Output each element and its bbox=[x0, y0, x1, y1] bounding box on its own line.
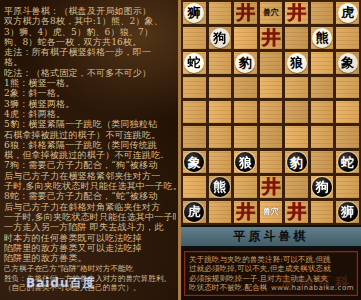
note-line: 必须按规则吃掉一子.且对方主动走入被夹 bbox=[189, 274, 353, 284]
board-cell-r6c1[interactable] bbox=[209, 151, 232, 173]
board-cell-r6c0[interactable]: 象 bbox=[183, 151, 206, 173]
board-cell-r2c1[interactable] bbox=[209, 52, 232, 74]
board-title: 平原斗兽棋 bbox=[234, 228, 309, 245]
rules-text-main: 平原斗兽棋：（棋盘及开局如图示）双方棋力各8枚，其中:1）熊、2）象、3）狮、4… bbox=[4, 6, 176, 263]
rules-line: 3狮：横竖两格。 bbox=[4, 99, 176, 109]
board-cell-r1c0[interactable] bbox=[183, 27, 206, 49]
board-cell-r2c3[interactable] bbox=[260, 52, 283, 74]
note-area: 关于跳吃与夹吃的兽类注释:可以不跳,但跳过就必须吃掉,可以不夹,但走成夹棋状态就… bbox=[181, 248, 361, 300]
board-cell-r1c6[interactable] bbox=[336, 27, 359, 49]
board-cell-r3c5[interactable] bbox=[311, 77, 334, 99]
trap-cell-r0c2[interactable]: 井 bbox=[234, 2, 257, 24]
rules-line: 双方棋力各8枚，其中:1）熊、2）象、 bbox=[4, 16, 176, 26]
board-cell-r0c0[interactable]: 狮 bbox=[183, 2, 206, 24]
rules-panel: 平原斗兽棋：（棋盘及开局如图示）双方棋力各8枚，其中:1）熊、2）象、3）狮、4… bbox=[0, 0, 181, 300]
board-cell-r3c3[interactable] bbox=[260, 77, 283, 99]
piece-black-elephant[interactable]: 象 bbox=[184, 152, 204, 172]
rules-victory-line: 己方棋子在己方“陷阱”格时对方不能吃 bbox=[4, 264, 176, 273]
note-line: 过就必须吃掉,可以不夹,但走成夹棋状态就 bbox=[189, 264, 353, 274]
board-cell-r7c1[interactable]: 熊 bbox=[209, 176, 232, 198]
piece-white-bear[interactable]: 熊 bbox=[312, 28, 332, 48]
piece-black-bear[interactable]: 熊 bbox=[210, 177, 230, 197]
game-column: 狮井兽穴井虎狗井熊蛇豹狼象象狼豹蛇熊井狗虎井兽穴井狮 平原斗兽棋 关于跳吃与夹吃… bbox=[181, 0, 361, 300]
piece-white-dog[interactable]: 狗 bbox=[210, 28, 230, 48]
board-cell-r7c6[interactable] bbox=[336, 176, 359, 198]
board-cell-r8c0[interactable]: 虎 bbox=[183, 201, 206, 223]
rules-line: 走法：所有棋子横竖斜格一步，即一 bbox=[4, 47, 176, 57]
rules-victory-line: 胜负：先将任何一方的兽走入对方的兽穴算胜利。 bbox=[4, 274, 176, 283]
piece-white-wolf[interactable]: 狼 bbox=[287, 53, 307, 73]
piece-black-tiger[interactable]: 虎 bbox=[184, 202, 204, 222]
screenshot-root: 平原斗兽棋：（棋盘及开局如图示）双方棋力各8枚，其中:1）熊、2）象、3）狮、4… bbox=[0, 0, 361, 300]
rules-line: 陷阱里的敌方兽类。 bbox=[4, 253, 176, 263]
rules-line: 4虎：斜两格。 bbox=[4, 109, 176, 119]
board-cell-r5c2[interactable] bbox=[234, 126, 257, 148]
board-cell-r4c6[interactable] bbox=[336, 101, 359, 123]
piece-white-leopard[interactable]: 豹 bbox=[235, 53, 255, 73]
rules-line: 7狗：需要己方子力配合，“狗”被移动 bbox=[4, 160, 176, 170]
trap-icon: 井 bbox=[287, 3, 306, 22]
rules-line: 3）狮、4）虎、5）豹、6）狼、7） bbox=[4, 27, 176, 37]
piece-white-elephant[interactable]: 象 bbox=[338, 53, 358, 73]
board-cell-r1c5[interactable]: 熊 bbox=[311, 27, 334, 49]
board-cell-r6c3[interactable] bbox=[260, 151, 283, 173]
trap-icon: 井 bbox=[261, 177, 280, 196]
rules-victory-line: （自己的兽类不可以走入自己的兽穴）。 bbox=[4, 283, 176, 292]
board-cell-r4c5[interactable] bbox=[311, 101, 334, 123]
rules-line: 格。 bbox=[4, 57, 176, 67]
board-cell-r5c5[interactable] bbox=[311, 126, 334, 148]
board-cell-r6c6[interactable]: 蛇 bbox=[336, 151, 359, 173]
rules-line: 6狼：斜格紧隔一子跳吃（类同传统跳 bbox=[4, 140, 176, 150]
rules-line: 子时,多向夹吃状态时只能任选其中一子吃。 bbox=[4, 181, 176, 191]
board-cell-r6c4[interactable]: 豹 bbox=[285, 151, 308, 173]
board-cell-r2c6[interactable]: 象 bbox=[336, 52, 359, 74]
board-cell-r4c1[interactable] bbox=[209, 101, 232, 123]
rules-line: 后与己方子力在横竖格紧邻夹住对方一 bbox=[4, 171, 176, 181]
board-cell-r8c1[interactable] bbox=[209, 201, 232, 223]
board-cell-r1c2[interactable] bbox=[234, 27, 257, 49]
piece-black-dog[interactable]: 狗 bbox=[312, 177, 332, 197]
board-cell-r8c5[interactable] bbox=[311, 201, 334, 223]
rules-line: 狗、8）蛇各一枚，双方共16枚。 bbox=[4, 37, 176, 47]
piece-black-lion[interactable]: 狮 bbox=[338, 202, 358, 222]
board-cell-r7c4[interactable] bbox=[285, 176, 308, 198]
rules-line: 时本方的任何兽类既可以吃法吃掉 bbox=[4, 233, 176, 243]
rules-line: 一方走入另一方陷阱 即失去战斗力，此 bbox=[4, 222, 176, 232]
rules-text-victory: 己方棋子在己方“陷阱”格时对方不能吃胜负：先将任何一方的兽走入对方的兽穴算胜利。… bbox=[4, 264, 176, 292]
piece-white-lion[interactable]: 狮 bbox=[184, 3, 204, 23]
trap-icon: 井 bbox=[261, 28, 280, 47]
board-cell-r3c4[interactable] bbox=[285, 77, 308, 99]
rules-line: 石棋拿掉被跳过的棋子）不可连跳吃。 bbox=[4, 130, 176, 140]
board-cell-r3c6[interactable] bbox=[336, 77, 359, 99]
note-box: 关于跳吃与夹吃的兽类注释:可以不跳,但跳过就必须吃掉,可以不夹,但走成夹棋状态就… bbox=[184, 251, 358, 296]
board-cell-r4c2[interactable] bbox=[234, 101, 257, 123]
rules-line: 平原斗兽棋：（棋盘及开局如图示） bbox=[4, 6, 176, 16]
board-cell-r5c3[interactable] bbox=[260, 126, 283, 148]
board: 狮井兽穴井虎狗井熊蛇豹狼象象狼豹蛇熊井狗虎井兽穴井狮 bbox=[181, 0, 361, 225]
board-cell-r0c1[interactable] bbox=[209, 2, 232, 24]
board-cell-r6c2[interactable]: 狼 bbox=[234, 151, 257, 173]
board-cell-r2c2[interactable]: 豹 bbox=[234, 52, 257, 74]
piece-black-leopard[interactable]: 豹 bbox=[287, 152, 307, 172]
rules-line: 后与己方子力在斜格对角紧临夹住对方 bbox=[4, 202, 176, 212]
trap-icon: 井 bbox=[287, 202, 306, 221]
board-cell-r5c6[interactable] bbox=[336, 126, 359, 148]
site-watermark: www.hainabaike.com bbox=[271, 284, 354, 294]
trap-icon: 井 bbox=[236, 3, 255, 22]
board-cell-r2c0[interactable]: 蛇 bbox=[183, 52, 206, 74]
board-cell-r5c4[interactable] bbox=[285, 126, 308, 148]
board-cell-r0c6[interactable]: 虎 bbox=[336, 2, 359, 24]
board-cell-r4c4[interactable] bbox=[285, 101, 308, 123]
den-label: 兽穴 bbox=[263, 7, 279, 18]
trap-cell-r8c2[interactable]: 井 bbox=[234, 201, 257, 223]
piece-white-tiger[interactable]: 虎 bbox=[338, 3, 358, 23]
board-cell-r7c2[interactable] bbox=[234, 176, 257, 198]
rules-line: 陷阱里的敌方兽类又可以走法吃掉 bbox=[4, 243, 176, 253]
board-cell-r3c0[interactable] bbox=[183, 77, 206, 99]
trap-cell-r7c3[interactable]: 井 bbox=[260, 176, 283, 198]
board-cell-r2c4[interactable]: 狼 bbox=[285, 52, 308, 74]
trap-cell-r1c3[interactable]: 井 bbox=[260, 27, 283, 49]
board-cell-r1c1[interactable]: 狗 bbox=[209, 27, 232, 49]
piece-white-snake[interactable]: 蛇 bbox=[184, 53, 204, 73]
rules-line: 棋，但拿掉被跳过的棋子）不可连跳吃. bbox=[4, 150, 176, 160]
den-cell-top[interactable]: 兽穴 bbox=[260, 2, 283, 24]
board-cell-r3c1[interactable] bbox=[209, 77, 232, 99]
rules-line: 一子时,多向夹吃状态时只能任选其中一子吃 bbox=[4, 212, 176, 222]
rules-line: 8蛇：需要己方子力配合，“蛇”被移动 bbox=[4, 191, 176, 201]
note-line: 关于跳吃与夹吃的兽类注释:可以不跳,但跳 bbox=[189, 255, 353, 265]
trap-cell-r0c4[interactable]: 井 bbox=[285, 2, 308, 24]
board-cell-r5c1[interactable] bbox=[209, 126, 232, 148]
board-cell-r4c0[interactable] bbox=[183, 101, 206, 123]
den-label: 兽穴 bbox=[263, 206, 279, 217]
rules-line: 吃法：（格式固定，不可多不可少） bbox=[4, 68, 176, 78]
piece-black-snake[interactable]: 蛇 bbox=[338, 152, 358, 172]
trap-cell-r8c4[interactable]: 井 bbox=[285, 201, 308, 223]
board-cell-r4c3[interactable] bbox=[260, 101, 283, 123]
board-cell-r7c0[interactable] bbox=[183, 176, 206, 198]
board-title-bar: 平原斗兽棋 bbox=[181, 225, 361, 248]
piece-black-wolf[interactable]: 狼 bbox=[235, 152, 255, 172]
board-cell-r3c2[interactable] bbox=[234, 77, 257, 99]
board-cell-r6c5[interactable] bbox=[311, 151, 334, 173]
rules-line: 5豹：横竖紧隔一子跳吃（类同独粒钻 bbox=[4, 119, 176, 129]
board-cell-r7c5[interactable]: 狗 bbox=[311, 176, 334, 198]
rules-line: 2象：斜一格。 bbox=[4, 88, 176, 98]
board-cell-r5c0[interactable] bbox=[183, 126, 206, 148]
den-cell-bottom[interactable]: 兽穴 bbox=[260, 201, 283, 223]
trap-icon: 井 bbox=[236, 202, 255, 221]
board-cell-r1c4[interactable] bbox=[285, 27, 308, 49]
board-cell-r0c5[interactable] bbox=[311, 2, 334, 24]
rules-line: 1熊：横竖一格。 bbox=[4, 78, 176, 88]
board-cell-r2c5[interactable] bbox=[311, 52, 334, 74]
board-cell-r8c6[interactable]: 狮 bbox=[336, 201, 359, 223]
